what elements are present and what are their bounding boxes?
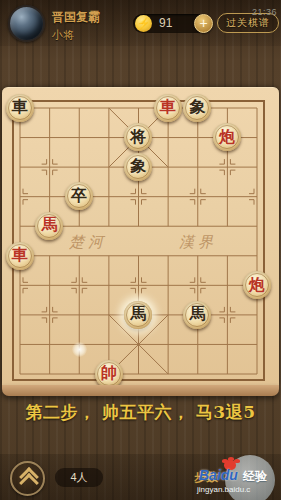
board-bottom-edge [2, 385, 279, 396]
watermark-url: jingyan.baidu.c [197, 485, 250, 494]
add-energy-button[interactable]: + [194, 14, 213, 33]
piece-black-soldier[interactable]: 卒 [65, 182, 93, 210]
watermark-suffix: 经验 [243, 468, 267, 485]
expand-button[interactable] [10, 461, 45, 496]
xiangqi-board[interactable]: 楚河 漢界 車車象将炮象卒馬車炮馬馬帥 [2, 87, 279, 385]
player-avatar[interactable] [8, 5, 45, 42]
player-name: 晋国复霸 [52, 9, 100, 26]
bottom-bar: 4人 步数 Baidu 经验 jingyan.baidu.c [0, 454, 281, 500]
move-annotation: 第二步， 帅五平六， 马3退5 [0, 401, 281, 424]
app-screen: 21:36 晋国复霸 小将 ⚡ 91 + 过关棋谱 楚河 漢界 車車象将炮象卒馬… [0, 0, 281, 500]
piece-red-horse[interactable]: 馬 [35, 212, 63, 240]
top-bar: 晋国复霸 小将 ⚡ 91 + 过关棋谱 [0, 0, 281, 46]
piece-black-horse[interactable]: 馬 [124, 301, 152, 329]
piece-black-general[interactable]: 将 [124, 123, 152, 151]
pieces-grid: 車車象将炮象卒馬車炮馬馬帥 [5, 93, 271, 388]
status-bar: 21:36 [252, 1, 277, 19]
lightning-icon: ⚡ [135, 15, 152, 32]
watermark-brand: Baidu [199, 467, 238, 483]
player-rank: 小将 [52, 28, 100, 43]
piece-red-general[interactable]: 帥 [95, 360, 123, 388]
piece-red-chariot[interactable]: 車 [154, 94, 182, 122]
piece-black-elephant[interactable]: 象 [183, 94, 211, 122]
players-count-badge: 4人 [55, 468, 103, 487]
player-info: 晋国复霸 小将 [52, 9, 100, 43]
piece-red-cannon[interactable]: 炮 [213, 123, 241, 151]
piece-red-chariot[interactable]: 車 [6, 242, 34, 270]
piece-black-elephant[interactable]: 象 [124, 153, 152, 181]
piece-black-horse[interactable]: 馬 [183, 301, 211, 329]
piece-black-chariot[interactable]: 車 [6, 94, 34, 122]
energy-value: 91 [159, 16, 172, 30]
clock: 21:36 [252, 7, 277, 17]
piece-red-cannon[interactable]: 炮 [243, 271, 271, 299]
